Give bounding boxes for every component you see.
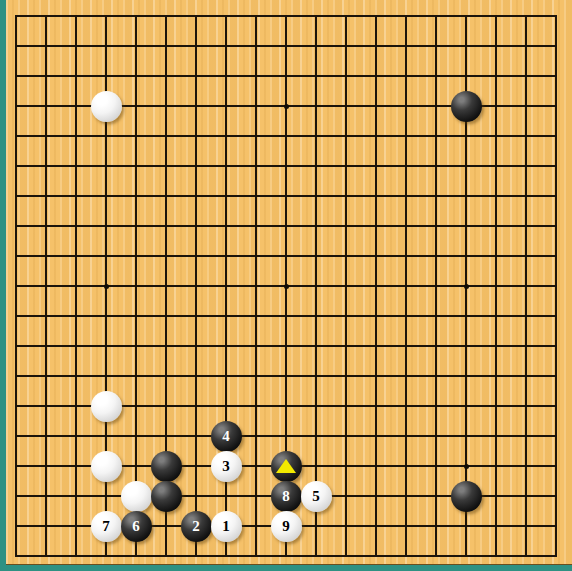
- grid-line-horizontal: [15, 315, 557, 317]
- stone-white-K2[interactable]: 9: [271, 511, 302, 542]
- stone-black-E2[interactable]: 6: [121, 511, 152, 542]
- stone-white-H2[interactable]: 1: [211, 511, 242, 542]
- star-point: [284, 104, 289, 109]
- stone-white-H4[interactable]: 3: [211, 451, 242, 482]
- go-board-frame: 438576219: [0, 0, 572, 571]
- go-board[interactable]: 438576219: [6, 0, 572, 565]
- triangle-marker-icon: [276, 459, 296, 473]
- grid-line-horizontal: [15, 375, 557, 377]
- grid-line-vertical: [315, 15, 317, 557]
- star-point: [284, 284, 289, 289]
- grid-line-vertical: [555, 15, 557, 557]
- stone-white-D6[interactable]: [91, 391, 122, 422]
- move-number: 6: [132, 519, 140, 534]
- move-number: 1: [222, 519, 230, 534]
- stone-black-H5[interactable]: 4: [211, 421, 242, 452]
- star-point: [464, 464, 469, 469]
- stone-black-Q16[interactable]: [451, 91, 482, 122]
- stone-black-G2[interactable]: 2: [181, 511, 212, 542]
- star-point: [104, 284, 109, 289]
- stone-white-E3[interactable]: [121, 481, 152, 512]
- grid-line-vertical: [375, 15, 377, 557]
- move-number: 5: [312, 489, 320, 504]
- move-number: 9: [282, 519, 290, 534]
- grid-line-vertical: [345, 15, 347, 557]
- move-number: 8: [282, 489, 290, 504]
- grid-line-horizontal: [15, 435, 557, 437]
- stone-black-K4[interactable]: [271, 451, 302, 482]
- stone-white-L3[interactable]: 5: [301, 481, 332, 512]
- move-number: 2: [192, 519, 200, 534]
- grid-line-vertical: [495, 15, 497, 557]
- grid-line-horizontal: [15, 345, 557, 347]
- stone-black-K3[interactable]: 8: [271, 481, 302, 512]
- grid-line-vertical: [525, 15, 527, 557]
- stone-white-D4[interactable]: [91, 451, 122, 482]
- star-point: [464, 284, 469, 289]
- stone-white-D16[interactable]: [91, 91, 122, 122]
- stone-black-Q3[interactable]: [451, 481, 482, 512]
- move-number: 4: [222, 429, 230, 444]
- grid-line-vertical: [405, 15, 407, 557]
- grid-line-vertical: [435, 15, 437, 557]
- stone-white-D2[interactable]: 7: [91, 511, 122, 542]
- stone-black-F4[interactable]: [151, 451, 182, 482]
- move-number: 7: [102, 519, 110, 534]
- stone-black-F3[interactable]: [151, 481, 182, 512]
- grid-line-horizontal: [15, 555, 557, 557]
- move-number: 3: [222, 459, 230, 474]
